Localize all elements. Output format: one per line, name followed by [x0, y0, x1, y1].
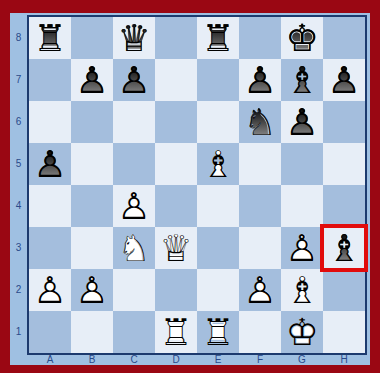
square-f4[interactable] — [239, 185, 281, 227]
square-d3[interactable]: ♛♕ — [155, 227, 197, 269]
file-label-f: F — [239, 354, 281, 365]
piece-white-knight[interactable]: ♞♘ — [113, 227, 155, 269]
file-label-b: B — [71, 354, 113, 365]
chess-board-grid: ♜♖♛♕♜♖♚♔♟♙♟♙♟♙♝♗♟♙♞♘♟♙♟♙♝♗♟♙♞♘♛♕♟♙♝♗♟♙♟♙… — [29, 17, 365, 353]
square-a5[interactable]: ♟♙ — [29, 143, 71, 185]
piece-glyph-outline: ♙ — [239, 269, 281, 311]
square-b5[interactable] — [71, 143, 113, 185]
file-label-e: E — [197, 354, 239, 365]
square-g1[interactable]: ♚♔ — [281, 311, 323, 353]
piece-glyph-outline: ♙ — [29, 269, 71, 311]
square-e3[interactable] — [197, 227, 239, 269]
piece-white-pawn[interactable]: ♟♙ — [113, 185, 155, 227]
piece-glyph-outline: ♗ — [323, 227, 365, 269]
piece-white-queen[interactable]: ♛♕ — [155, 227, 197, 269]
piece-white-rook[interactable]: ♜♖ — [197, 311, 239, 353]
square-d4[interactable] — [155, 185, 197, 227]
piece-glyph-outline: ♘ — [113, 227, 155, 269]
square-b2[interactable]: ♟♙ — [71, 269, 113, 311]
piece-glyph-outline: ♙ — [71, 59, 113, 101]
piece-glyph-outline: ♙ — [29, 143, 71, 185]
piece-black-pawn[interactable]: ♟♙ — [323, 59, 365, 101]
square-b4[interactable] — [71, 185, 113, 227]
file-labels: ABCDEFGH — [29, 354, 365, 365]
square-e1[interactable]: ♜♖ — [197, 311, 239, 353]
square-b3[interactable] — [71, 227, 113, 269]
square-d8[interactable] — [155, 17, 197, 59]
square-g2[interactable]: ♝♗ — [281, 269, 323, 311]
square-c7[interactable]: ♟♙ — [113, 59, 155, 101]
square-g7[interactable]: ♝♗ — [281, 59, 323, 101]
square-h6[interactable] — [323, 101, 365, 143]
square-h1[interactable] — [323, 311, 365, 353]
square-a8[interactable]: ♜♖ — [29, 17, 71, 59]
chess-board: ♜♖♛♕♜♖♚♔♟♙♟♙♟♙♝♗♟♙♞♘♟♙♟♙♝♗♟♙♞♘♛♕♟♙♝♗♟♙♟♙… — [27, 15, 367, 355]
piece-glyph-outline: ♘ — [239, 101, 281, 143]
piece-black-pawn[interactable]: ♟♙ — [281, 101, 323, 143]
square-b6[interactable] — [71, 101, 113, 143]
piece-white-king[interactable]: ♚♔ — [281, 311, 323, 353]
piece-glyph-outline: ♕ — [113, 17, 155, 59]
file-label-g: G — [281, 354, 323, 365]
square-f5[interactable] — [239, 143, 281, 185]
file-label-d: D — [155, 354, 197, 365]
square-e6[interactable] — [197, 101, 239, 143]
square-d7[interactable] — [155, 59, 197, 101]
piece-black-bishop[interactable]: ♝♗ — [281, 59, 323, 101]
rank-label-7: 7 — [10, 59, 27, 101]
square-c2[interactable] — [113, 269, 155, 311]
piece-black-pawn[interactable]: ♟♙ — [239, 59, 281, 101]
square-h3[interactable]: ♝♗ — [323, 227, 365, 269]
square-c5[interactable] — [113, 143, 155, 185]
piece-white-pawn[interactable]: ♟♙ — [29, 269, 71, 311]
piece-black-king[interactable]: ♚♔ — [281, 17, 323, 59]
rank-label-8: 8 — [10, 17, 27, 59]
piece-glyph-outline: ♙ — [323, 59, 365, 101]
piece-black-knight[interactable]: ♞♘ — [239, 101, 281, 143]
square-a3[interactable] — [29, 227, 71, 269]
square-g5[interactable] — [281, 143, 323, 185]
square-a2[interactable]: ♟♙ — [29, 269, 71, 311]
square-h8[interactable] — [323, 17, 365, 59]
file-label-h: H — [323, 354, 365, 365]
rank-label-2: 2 — [10, 269, 27, 311]
square-b1[interactable] — [71, 311, 113, 353]
square-c8[interactable]: ♛♕ — [113, 17, 155, 59]
rank-labels: 87654321 — [10, 17, 27, 353]
square-b8[interactable] — [71, 17, 113, 59]
square-c1[interactable] — [113, 311, 155, 353]
piece-glyph-outline: ♖ — [155, 311, 197, 353]
square-h4[interactable] — [323, 185, 365, 227]
piece-black-pawn[interactable]: ♟♙ — [29, 143, 71, 185]
square-f8[interactable] — [239, 17, 281, 59]
piece-white-pawn[interactable]: ♟♙ — [71, 269, 113, 311]
square-e5[interactable]: ♝♗ — [197, 143, 239, 185]
square-h7[interactable]: ♟♙ — [323, 59, 365, 101]
square-f6[interactable]: ♞♘ — [239, 101, 281, 143]
piece-glyph-outline: ♙ — [239, 59, 281, 101]
piece-glyph-outline: ♖ — [29, 17, 71, 59]
piece-glyph-outline: ♗ — [197, 143, 239, 185]
file-label-c: C — [113, 354, 155, 365]
square-g6[interactable]: ♟♙ — [281, 101, 323, 143]
square-g3[interactable]: ♟♙ — [281, 227, 323, 269]
rank-label-4: 4 — [10, 185, 27, 227]
square-a1[interactable] — [29, 311, 71, 353]
square-a7[interactable] — [29, 59, 71, 101]
square-f1[interactable] — [239, 311, 281, 353]
square-d5[interactable] — [155, 143, 197, 185]
rank-label-1: 1 — [10, 311, 27, 353]
square-f3[interactable] — [239, 227, 281, 269]
rank-label-5: 5 — [10, 143, 27, 185]
piece-glyph-outline: ♔ — [281, 311, 323, 353]
piece-glyph-outline: ♙ — [281, 227, 323, 269]
piece-glyph-outline: ♔ — [281, 17, 323, 59]
piece-glyph-outline: ♗ — [281, 59, 323, 101]
square-c4[interactable]: ♟♙ — [113, 185, 155, 227]
piece-black-bishop[interactable]: ♝♗ — [323, 227, 365, 269]
square-a4[interactable] — [29, 185, 71, 227]
square-a6[interactable] — [29, 101, 71, 143]
piece-glyph-outline: ♙ — [113, 59, 155, 101]
piece-glyph-outline: ♗ — [281, 269, 323, 311]
square-d6[interactable] — [155, 101, 197, 143]
chess-diagram: 87654321 ♜♖♛♕♜♖♚♔♟♙♟♙♟♙♝♗♟♙♞♘♟♙♟♙♝♗♟♙♞♘♛… — [0, 0, 380, 373]
square-e8[interactable]: ♜♖ — [197, 17, 239, 59]
square-c6[interactable] — [113, 101, 155, 143]
square-h2[interactable] — [323, 269, 365, 311]
square-e4[interactable] — [197, 185, 239, 227]
piece-glyph-outline: ♕ — [155, 227, 197, 269]
piece-glyph-outline: ♙ — [113, 185, 155, 227]
square-g4[interactable] — [281, 185, 323, 227]
square-e2[interactable] — [197, 269, 239, 311]
square-e7[interactable] — [197, 59, 239, 101]
piece-white-pawn[interactable]: ♟♙ — [281, 227, 323, 269]
rank-label-3: 3 — [10, 227, 27, 269]
square-d1[interactable]: ♜♖ — [155, 311, 197, 353]
square-g8[interactable]: ♚♔ — [281, 17, 323, 59]
piece-glyph-outline: ♙ — [71, 269, 113, 311]
piece-black-rook[interactable]: ♜♖ — [29, 17, 71, 59]
piece-black-pawn[interactable]: ♟♙ — [71, 59, 113, 101]
piece-black-rook[interactable]: ♜♖ — [197, 17, 239, 59]
square-h5[interactable] — [323, 143, 365, 185]
piece-glyph-outline: ♖ — [197, 17, 239, 59]
piece-white-bishop[interactable]: ♝♗ — [197, 143, 239, 185]
file-label-a: A — [29, 354, 71, 365]
piece-black-queen[interactable]: ♛♕ — [113, 17, 155, 59]
square-d2[interactable] — [155, 269, 197, 311]
piece-glyph-outline: ♖ — [197, 311, 239, 353]
piece-black-pawn[interactable]: ♟♙ — [113, 59, 155, 101]
piece-white-bishop[interactable]: ♝♗ — [281, 269, 323, 311]
rank-label-6: 6 — [10, 101, 27, 143]
square-c3[interactable]: ♞♘ — [113, 227, 155, 269]
square-f7[interactable]: ♟♙ — [239, 59, 281, 101]
square-b7[interactable]: ♟♙ — [71, 59, 113, 101]
piece-white-pawn[interactable]: ♟♙ — [239, 269, 281, 311]
square-f2[interactable]: ♟♙ — [239, 269, 281, 311]
piece-white-rook[interactable]: ♜♖ — [155, 311, 197, 353]
piece-glyph-outline: ♙ — [281, 101, 323, 143]
